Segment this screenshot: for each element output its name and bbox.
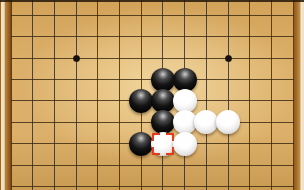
grid-line-vertical [32,0,33,190]
grid-line-horizontal [11,58,294,59]
board-frame-top-shadow [0,0,304,2]
grid-line-vertical [76,0,77,190]
grid-line-vertical [206,0,207,190]
grid-line-vertical [97,0,98,190]
grid-line-vertical [228,0,229,190]
star-point [73,55,80,62]
white-stone [173,89,197,113]
black-stone [129,132,153,156]
grid-line-horizontal [11,186,294,187]
gomoku-board[interactable] [0,0,304,190]
gomoku-app-screen [0,0,304,190]
white-stone [173,110,197,134]
grid-line-vertical [271,0,272,190]
board-frame-right-edge [294,0,304,190]
grid-line-vertical [249,0,250,190]
white-stone [173,132,197,156]
grid-line-horizontal [11,36,294,37]
white-stone [151,132,175,156]
black-stone [173,68,197,92]
star-point [225,55,232,62]
black-stone [151,68,175,92]
board-frame-left-edge [0,0,11,190]
white-stone [194,110,218,134]
grid-line-vertical [54,0,55,190]
black-stone [151,89,175,113]
grid-line-horizontal [11,165,294,166]
black-stone [151,110,175,134]
grid-line-vertical [119,0,120,190]
white-stone [216,110,240,134]
grid-line-horizontal [11,15,294,16]
black-stone [129,89,153,113]
